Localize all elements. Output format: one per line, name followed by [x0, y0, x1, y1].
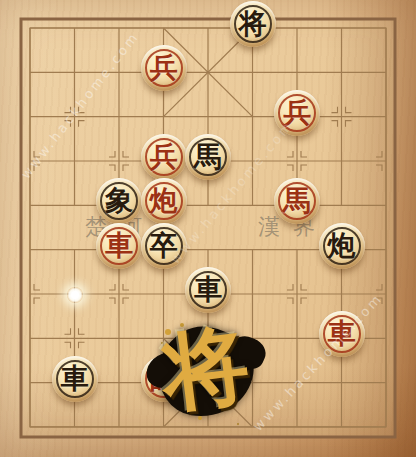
game-screen: 楚河 漢界 将兵兵兵馬象炮馬車卒炮車車車帥 将 www.hackhome.com…: [0, 0, 416, 457]
piece-glyph: 帥: [141, 356, 187, 402]
piece-glyph: 象: [96, 178, 142, 224]
piece-glyph: 車: [319, 311, 365, 357]
piece-glyph: 卒: [141, 223, 187, 269]
piece-black-horse[interactable]: 馬: [185, 134, 231, 180]
piece-glyph: 炮: [141, 178, 187, 224]
piece-glyph: 馬: [274, 178, 320, 224]
piece-glyph: 兵: [141, 45, 187, 91]
piece-red-chariot[interactable]: 車: [96, 223, 142, 269]
piece-glyph: 炮: [319, 223, 365, 269]
piece-glyph: 兵: [274, 90, 320, 136]
piece-glyph: 将: [230, 1, 276, 47]
piece-glyph: 車: [185, 267, 231, 313]
piece-red-soldier[interactable]: 兵: [274, 90, 320, 136]
piece-black-soldier[interactable]: 卒: [141, 223, 187, 269]
piece-glyph: 馬: [185, 134, 231, 180]
piece-red-general[interactable]: 帥: [141, 356, 187, 402]
piece-red-cannon[interactable]: 炮: [141, 178, 187, 224]
piece-glyph: 兵: [141, 134, 187, 180]
piece-red-soldier[interactable]: 兵: [141, 134, 187, 180]
piece-black-chariot[interactable]: 車: [185, 267, 231, 313]
piece-glyph: 車: [52, 356, 98, 402]
piece-glyph: 車: [96, 223, 142, 269]
piece-black-cannon[interactable]: 炮: [319, 223, 365, 269]
piece-black-elephant[interactable]: 象: [96, 178, 142, 224]
piece-red-horse[interactable]: 馬: [274, 178, 320, 224]
move-hint-dot-icon: [67, 287, 83, 303]
piece-red-soldier[interactable]: 兵: [141, 45, 187, 91]
piece-black-chariot[interactable]: 車: [52, 356, 98, 402]
piece-black-general[interactable]: 将: [230, 1, 276, 47]
piece-red-chariot[interactable]: 車: [319, 311, 365, 357]
